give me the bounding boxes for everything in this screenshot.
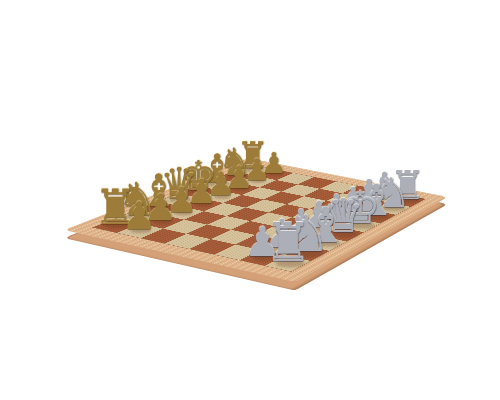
product-photo-scene: ♜♞♝♛♚♝♞♜♟♟♟♟♟♟♟♟♟♟♟♟♟♟♟♟♜♞♝♛♚♝♞♜ (0, 0, 500, 400)
chess-board (64, 158, 448, 282)
